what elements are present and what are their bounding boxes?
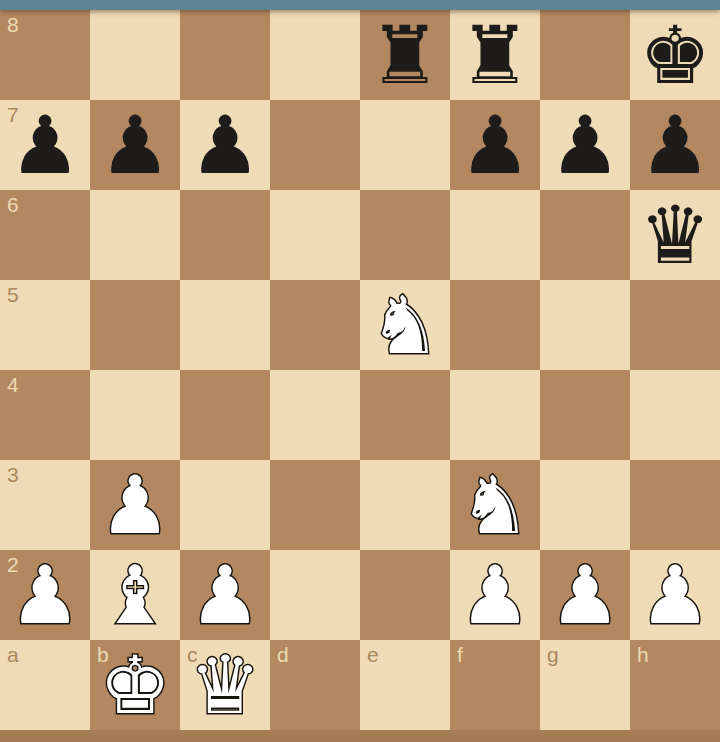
black-king: ♚ [639, 11, 711, 101]
white-pawn: ♟ [639, 551, 711, 641]
rank-label-4: 4 [7, 374, 19, 395]
rank-label-8: 8 [7, 14, 19, 35]
square-c2[interactable]: ♟ [180, 550, 270, 640]
square-h6[interactable]: ♛ [630, 190, 720, 280]
square-f6[interactable] [450, 190, 540, 280]
file-label-a: a [7, 644, 19, 665]
white-knight: ♞ [459, 461, 531, 551]
rank-label-5: 5 [7, 284, 19, 305]
square-d5[interactable] [270, 280, 360, 370]
white-pawn: ♟ [459, 551, 531, 641]
square-g1[interactable]: g [540, 640, 630, 730]
chess-board: 8♜♜♚7♟♟♟♟♟♟6♛5♞43♟♞2♟♝♟♟♟♟ab♚c♛defgh [0, 10, 720, 730]
rank-label-6: 6 [7, 194, 19, 215]
square-c7[interactable]: ♟ [180, 100, 270, 190]
square-b3[interactable]: ♟ [90, 460, 180, 550]
square-g7[interactable]: ♟ [540, 100, 630, 190]
square-f8[interactable]: ♜ [450, 10, 540, 100]
square-d8[interactable] [270, 10, 360, 100]
square-f5[interactable] [450, 280, 540, 370]
status-bar [0, 0, 720, 10]
square-f2[interactable]: ♟ [450, 550, 540, 640]
white-pawn: ♟ [189, 551, 261, 641]
square-b1[interactable]: b♚ [90, 640, 180, 730]
white-king: ♚ [99, 641, 171, 731]
square-c6[interactable] [180, 190, 270, 280]
square-f7[interactable]: ♟ [450, 100, 540, 190]
square-a2[interactable]: 2♟ [0, 550, 90, 640]
square-f1[interactable]: f [450, 640, 540, 730]
square-h4[interactable] [630, 370, 720, 460]
square-g4[interactable] [540, 370, 630, 460]
square-c4[interactable] [180, 370, 270, 460]
square-g3[interactable] [540, 460, 630, 550]
black-queen: ♛ [639, 191, 711, 281]
file-label-d: d [277, 644, 289, 665]
square-a7[interactable]: 7♟ [0, 100, 90, 190]
black-pawn: ♟ [99, 101, 171, 191]
square-g2[interactable]: ♟ [540, 550, 630, 640]
square-a1[interactable]: a [0, 640, 90, 730]
square-c5[interactable] [180, 280, 270, 370]
black-pawn: ♟ [459, 101, 531, 191]
bottom-bar [0, 730, 720, 742]
square-h3[interactable] [630, 460, 720, 550]
square-h5[interactable] [630, 280, 720, 370]
white-knight: ♞ [369, 281, 441, 371]
square-e5[interactable]: ♞ [360, 280, 450, 370]
white-bishop: ♝ [99, 551, 171, 641]
square-e3[interactable] [360, 460, 450, 550]
square-d3[interactable] [270, 460, 360, 550]
square-d4[interactable] [270, 370, 360, 460]
file-label-h: h [637, 644, 649, 665]
white-pawn: ♟ [549, 551, 621, 641]
square-d2[interactable] [270, 550, 360, 640]
square-b7[interactable]: ♟ [90, 100, 180, 190]
square-d6[interactable] [270, 190, 360, 280]
square-a4[interactable]: 4 [0, 370, 90, 460]
white-pawn: ♟ [9, 551, 81, 641]
square-e7[interactable] [360, 100, 450, 190]
square-d1[interactable]: d [270, 640, 360, 730]
file-label-f: f [457, 644, 463, 665]
rank-label-3: 3 [7, 464, 19, 485]
square-h2[interactable]: ♟ [630, 550, 720, 640]
square-g8[interactable] [540, 10, 630, 100]
square-f3[interactable]: ♞ [450, 460, 540, 550]
square-b6[interactable] [90, 190, 180, 280]
black-pawn: ♟ [639, 101, 711, 191]
square-b8[interactable] [90, 10, 180, 100]
square-h1[interactable]: h [630, 640, 720, 730]
white-queen: ♛ [189, 641, 261, 731]
square-a5[interactable]: 5 [0, 280, 90, 370]
square-c3[interactable] [180, 460, 270, 550]
square-e8[interactable]: ♜ [360, 10, 450, 100]
white-pawn: ♟ [99, 461, 171, 551]
square-h8[interactable]: ♚ [630, 10, 720, 100]
square-a6[interactable]: 6 [0, 190, 90, 280]
black-rook: ♜ [459, 11, 531, 101]
square-b5[interactable] [90, 280, 180, 370]
square-e1[interactable]: e [360, 640, 450, 730]
black-rook: ♜ [369, 11, 441, 101]
square-f4[interactable] [450, 370, 540, 460]
square-b2[interactable]: ♝ [90, 550, 180, 640]
square-a3[interactable]: 3 [0, 460, 90, 550]
square-a8[interactable]: 8 [0, 10, 90, 100]
square-g6[interactable] [540, 190, 630, 280]
square-c1[interactable]: c♛ [180, 640, 270, 730]
square-c8[interactable] [180, 10, 270, 100]
file-label-e: e [367, 644, 379, 665]
file-label-g: g [547, 644, 559, 665]
black-pawn: ♟ [549, 101, 621, 191]
square-e2[interactable] [360, 550, 450, 640]
square-h7[interactable]: ♟ [630, 100, 720, 190]
square-e4[interactable] [360, 370, 450, 460]
square-e6[interactable] [360, 190, 450, 280]
square-g5[interactable] [540, 280, 630, 370]
black-pawn: ♟ [9, 101, 81, 191]
black-pawn: ♟ [189, 101, 261, 191]
square-b4[interactable] [90, 370, 180, 460]
square-d7[interactable] [270, 100, 360, 190]
